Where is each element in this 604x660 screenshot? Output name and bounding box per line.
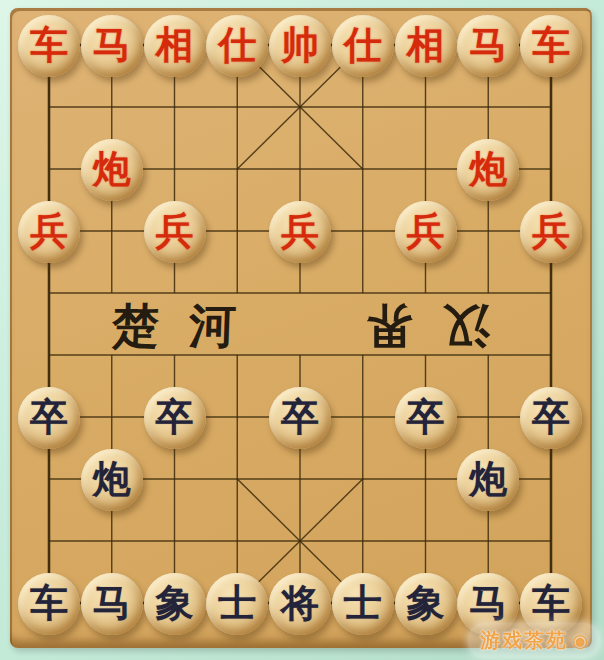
piece-character: 卒 — [281, 398, 319, 436]
piece-black-p[interactable]: 卒 — [144, 387, 206, 449]
piece-red-c[interactable]: 炮 — [81, 139, 143, 201]
piece-black-b[interactable]: 象 — [144, 573, 206, 635]
piece-black-p[interactable]: 卒 — [18, 387, 80, 449]
piece-character: 兵 — [407, 212, 445, 250]
piece-black-p[interactable]: 卒 — [520, 387, 582, 449]
piece-character: 卒 — [156, 398, 194, 436]
piece-black-r[interactable]: 车 — [18, 573, 80, 635]
piece-red-p[interactable]: 兵 — [520, 201, 582, 263]
piece-black-c[interactable]: 炮 — [457, 449, 519, 511]
piece-character: 卒 — [407, 398, 445, 436]
piece-character: 士 — [344, 584, 382, 622]
piece-red-c[interactable]: 炮 — [457, 139, 519, 201]
piece-character: 炮 — [93, 150, 131, 188]
xiangqi-board[interactable] — [10, 8, 592, 648]
piece-character: 炮 — [469, 150, 507, 188]
piece-character: 车 — [30, 26, 68, 64]
piece-character: 象 — [156, 584, 194, 622]
piece-character: 马 — [469, 584, 507, 622]
piece-character: 车 — [532, 26, 570, 64]
river-label-han-jie: 汉界 — [336, 303, 490, 350]
piece-character: 将 — [281, 584, 319, 622]
piece-black-k[interactable]: 将 — [269, 573, 331, 635]
piece-character: 炮 — [469, 460, 507, 498]
watermark-text: 游戏茶苑 — [480, 627, 568, 654]
piece-black-p[interactable]: 卒 — [395, 387, 457, 449]
piece-character: 马 — [93, 26, 131, 64]
piece-character: 士 — [218, 584, 256, 622]
piece-character: 相 — [156, 26, 194, 64]
piece-red-k[interactable]: 帅 — [269, 15, 331, 77]
piece-red-p[interactable]: 兵 — [144, 201, 206, 263]
river-label-chu-he: 楚河 — [111, 302, 267, 349]
piece-red-n[interactable]: 马 — [81, 15, 143, 77]
piece-character: 卒 — [532, 398, 570, 436]
watermark-logo-icon: ◉ — [572, 630, 588, 651]
xiangqi-app: 楚河 汉界 车马相仕帅仕相马车炮炮兵兵兵兵兵卒卒卒卒卒炮炮车马象士将士象马车 游… — [0, 0, 604, 660]
piece-character: 炮 — [93, 460, 131, 498]
piece-black-c[interactable]: 炮 — [81, 449, 143, 511]
piece-character: 马 — [93, 584, 131, 622]
piece-red-p[interactable]: 兵 — [269, 201, 331, 263]
piece-red-b[interactable]: 相 — [144, 15, 206, 77]
piece-red-b[interactable]: 相 — [395, 15, 457, 77]
piece-red-n[interactable]: 马 — [457, 15, 519, 77]
piece-red-a[interactable]: 仕 — [206, 15, 268, 77]
piece-character: 兵 — [30, 212, 68, 250]
piece-character: 车 — [532, 584, 570, 622]
piece-red-p[interactable]: 兵 — [18, 201, 80, 263]
piece-red-r[interactable]: 车 — [520, 15, 582, 77]
piece-character: 卒 — [30, 398, 68, 436]
piece-red-r[interactable]: 车 — [18, 15, 80, 77]
piece-character: 兵 — [281, 212, 319, 250]
piece-red-p[interactable]: 兵 — [395, 201, 457, 263]
piece-character: 相 — [407, 26, 445, 64]
piece-character: 仕 — [218, 26, 256, 64]
piece-black-p[interactable]: 卒 — [269, 387, 331, 449]
watermark: 游戏茶苑 ◉ — [468, 623, 600, 658]
piece-character: 兵 — [156, 212, 194, 250]
piece-character: 兵 — [532, 212, 570, 250]
piece-character: 帅 — [281, 26, 319, 64]
piece-black-n[interactable]: 马 — [81, 573, 143, 635]
piece-red-a[interactable]: 仕 — [332, 15, 394, 77]
piece-character: 马 — [469, 26, 507, 64]
piece-black-a[interactable]: 士 — [206, 573, 268, 635]
piece-character: 车 — [30, 584, 68, 622]
piece-character: 象 — [407, 584, 445, 622]
piece-black-a[interactable]: 士 — [332, 573, 394, 635]
piece-black-b[interactable]: 象 — [395, 573, 457, 635]
piece-character: 仕 — [344, 26, 382, 64]
